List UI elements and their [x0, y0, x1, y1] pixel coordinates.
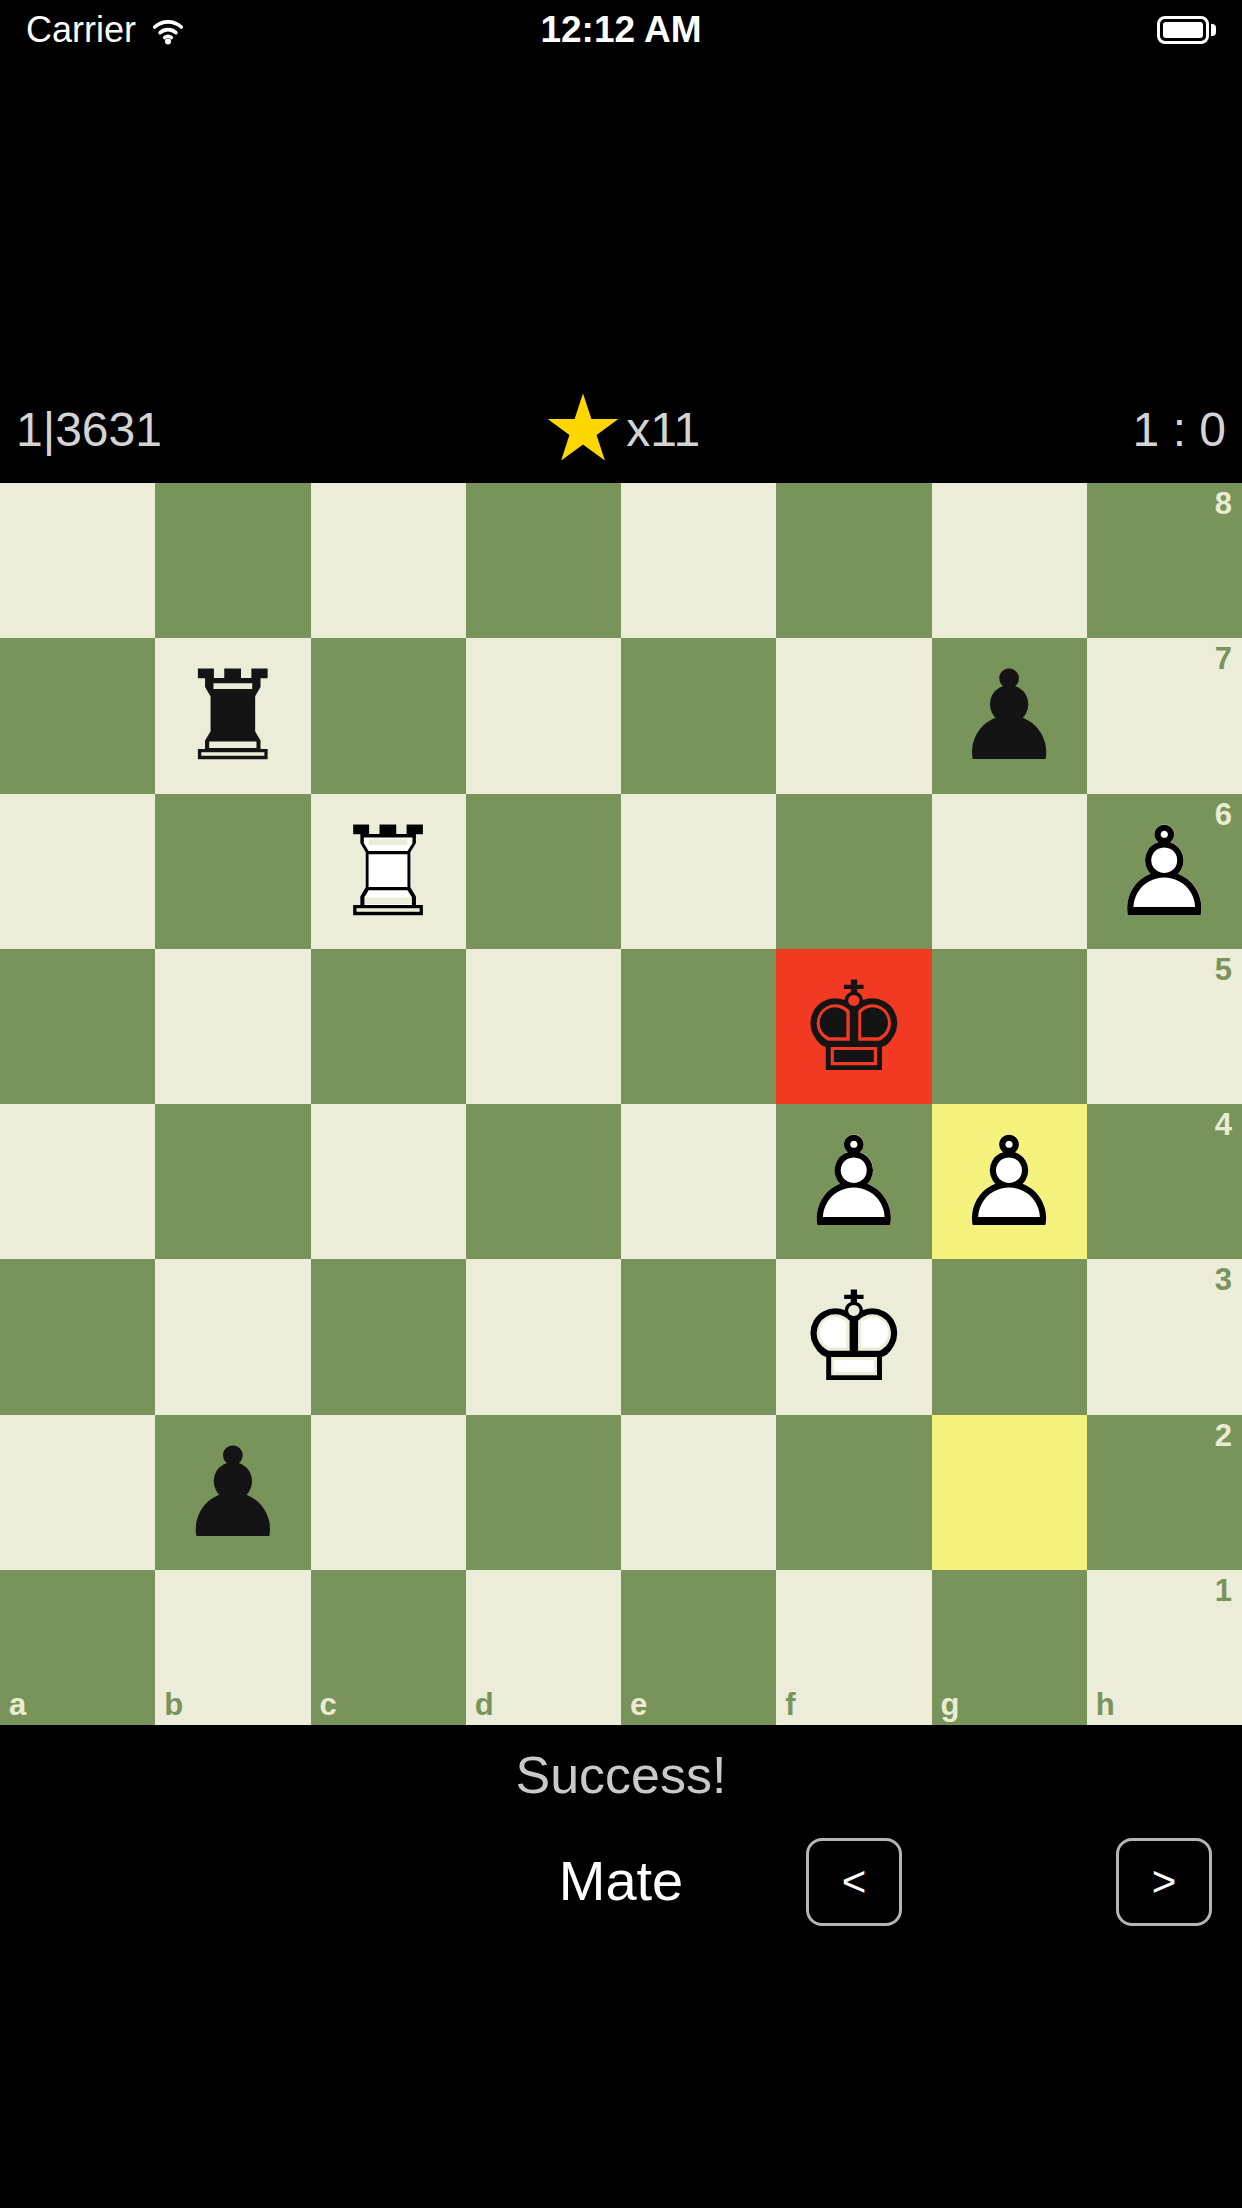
square-b4[interactable] [155, 1104, 310, 1259]
rank-label-2: 2 [1215, 1420, 1232, 1451]
star-count: x11 [626, 402, 700, 457]
square-b5[interactable] [155, 949, 310, 1104]
square-e2[interactable] [621, 1415, 776, 1570]
previous-button[interactable]: < [806, 1838, 902, 1926]
file-label-h: h [1096, 1689, 1115, 1720]
piece-white-rook: ♜♖ [311, 794, 466, 949]
score-bar: 1|3631 ★ x11 1 : 0 [0, 376, 1242, 482]
square-b1[interactable]: b [155, 1570, 310, 1725]
square-d2[interactable] [466, 1415, 621, 1570]
square-f3[interactable]: ♚♔ [776, 1259, 931, 1414]
star-score: ★ x11 [542, 383, 700, 475]
square-f4[interactable]: ♟♙ [776, 1104, 931, 1259]
piece-white-king: ♚♔ [776, 1259, 931, 1414]
square-c7[interactable] [311, 638, 466, 793]
square-g7[interactable]: ♟ [932, 638, 1087, 793]
square-g3[interactable] [932, 1259, 1087, 1414]
square-e7[interactable] [621, 638, 776, 793]
square-a6[interactable] [0, 794, 155, 949]
square-e8[interactable] [621, 483, 776, 638]
square-d6[interactable] [466, 794, 621, 949]
square-f8[interactable] [776, 483, 931, 638]
next-button[interactable]: > [1116, 1838, 1212, 1926]
file-label-a: a [9, 1689, 26, 1720]
file-label-c: c [320, 1689, 337, 1720]
file-label-g: g [941, 1689, 960, 1720]
file-label-b: b [164, 1689, 183, 1720]
square-h5[interactable]: 5 [1087, 949, 1242, 1104]
rank-label-7: 7 [1215, 643, 1232, 674]
square-h7[interactable]: 7 [1087, 638, 1242, 793]
square-e1[interactable]: e [621, 1570, 776, 1725]
square-a8[interactable] [0, 483, 155, 638]
square-e4[interactable] [621, 1104, 776, 1259]
square-a7[interactable] [0, 638, 155, 793]
rank-label-8: 8 [1215, 488, 1232, 519]
square-b2[interactable]: ♟ [155, 1415, 310, 1570]
square-b3[interactable] [155, 1259, 310, 1414]
square-f2[interactable] [776, 1415, 931, 1570]
piece-white-pawn: ♟♙ [1087, 794, 1242, 949]
square-d8[interactable] [466, 483, 621, 638]
square-a1[interactable]: a [0, 1570, 155, 1725]
square-c8[interactable] [311, 483, 466, 638]
result-label: Mate [0, 1852, 1242, 1910]
square-g8[interactable] [932, 483, 1087, 638]
square-e6[interactable] [621, 794, 776, 949]
piece-black-pawn: ♟ [155, 1415, 310, 1570]
square-a3[interactable] [0, 1259, 155, 1414]
piece-black-pawn: ♟ [932, 638, 1087, 793]
square-d3[interactable] [466, 1259, 621, 1414]
square-d4[interactable] [466, 1104, 621, 1259]
square-f7[interactable] [776, 638, 931, 793]
wifi-icon [148, 15, 188, 45]
square-e5[interactable] [621, 949, 776, 1104]
square-a4[interactable] [0, 1104, 155, 1259]
square-a5[interactable] [0, 949, 155, 1104]
rank-label-5: 5 [1215, 954, 1232, 985]
star-icon: ★ [542, 383, 624, 475]
rank-label-3: 3 [1215, 1264, 1232, 1295]
square-f6[interactable] [776, 794, 931, 949]
square-h2[interactable]: 2 [1087, 1415, 1242, 1570]
square-b8[interactable] [155, 483, 310, 638]
chess-board: 8♜♟7♜♖6♟♙♚5♟♙♟♙4♚♔3♟2abcdefg1h [0, 483, 1242, 1725]
square-h3[interactable]: 3 [1087, 1259, 1242, 1414]
square-h8[interactable]: 8 [1087, 483, 1242, 638]
square-c2[interactable] [311, 1415, 466, 1570]
rank-label-1: 1 [1215, 1575, 1232, 1606]
square-d1[interactable]: d [466, 1570, 621, 1725]
battery-icon [1157, 16, 1216, 44]
piece-white-pawn: ♟♙ [776, 1104, 931, 1259]
square-g5[interactable] [932, 949, 1087, 1104]
square-c1[interactable]: c [311, 1570, 466, 1725]
square-g4[interactable]: ♟♙ [932, 1104, 1087, 1259]
square-c3[interactable] [311, 1259, 466, 1414]
square-d7[interactable] [466, 638, 621, 793]
square-b7[interactable]: ♜ [155, 638, 310, 793]
square-a2[interactable] [0, 1415, 155, 1570]
square-f1[interactable]: f [776, 1570, 931, 1725]
square-h1[interactable]: 1h [1087, 1570, 1242, 1725]
rank-label-4: 4 [1215, 1109, 1232, 1140]
puzzle-counter: 1|3631 [16, 402, 162, 457]
square-b6[interactable] [155, 794, 310, 949]
square-f5[interactable]: ♚ [776, 949, 931, 1104]
piece-black-king: ♚ [776, 949, 931, 1104]
square-c5[interactable] [311, 949, 466, 1104]
square-g2[interactable] [932, 1415, 1087, 1570]
piece-white-pawn: ♟♙ [932, 1104, 1087, 1259]
match-score: 1 : 0 [1133, 402, 1226, 457]
square-h6[interactable]: 6♟♙ [1087, 794, 1242, 949]
file-label-d: d [475, 1689, 494, 1720]
status-bar: Carrier 12:12 AM [0, 0, 1242, 60]
square-c4[interactable] [311, 1104, 466, 1259]
square-g6[interactable] [932, 794, 1087, 949]
square-g1[interactable]: g [932, 1570, 1087, 1725]
carrier-label: Carrier [26, 9, 136, 51]
file-label-f: f [785, 1689, 795, 1720]
success-message: Success! [0, 1748, 1242, 1802]
file-label-e: e [630, 1689, 647, 1720]
square-e3[interactable] [621, 1259, 776, 1414]
square-d5[interactable] [466, 949, 621, 1104]
square-c6[interactable]: ♜♖ [311, 794, 466, 949]
piece-black-rook: ♜ [155, 638, 310, 793]
square-h4[interactable]: 4 [1087, 1104, 1242, 1259]
